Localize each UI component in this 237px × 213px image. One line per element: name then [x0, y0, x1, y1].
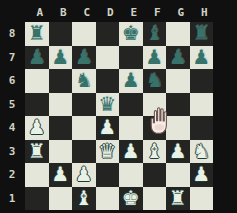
square-f3[interactable]: ♝ [143, 140, 167, 164]
square-c4[interactable] [72, 116, 96, 140]
file-label-a: A [28, 5, 52, 20]
chess-board: ♜♚♝♜♟♟♟♟♟♟♞♟♞♛♟♟♜♛♟♝♟♞♟♟♟♝♚♜ [25, 22, 213, 210]
piece-white-pawn[interactable]: ♟ [169, 140, 187, 163]
square-g8[interactable] [166, 22, 190, 46]
game-screen: ABCDEFGH 87654321 ♜♚♝♜♟♟♟♟♟♟♞♟♞♛♟♟♜♛♟♝♟♞… [0, 0, 237, 213]
square-a2[interactable] [25, 163, 49, 187]
rank-label-6: 6 [3, 69, 21, 93]
file-label-h: H [193, 5, 217, 20]
square-e7[interactable] [119, 46, 143, 70]
piece-white-rook[interactable]: ♜ [169, 187, 187, 210]
piece-white-rook[interactable]: ♜ [28, 140, 46, 163]
rank-label-2: 2 [3, 163, 21, 187]
square-f2[interactable] [143, 163, 167, 187]
square-e3[interactable]: ♟ [119, 140, 143, 164]
piece-white-pawn[interactable]: ♟ [51, 163, 69, 186]
square-g4[interactable] [166, 116, 190, 140]
square-c2[interactable]: ♟ [72, 163, 96, 187]
square-d4[interactable]: ♟ [96, 116, 120, 140]
square-b8[interactable] [49, 22, 73, 46]
file-label-e: E [122, 5, 146, 20]
square-d3[interactable]: ♛ [96, 140, 120, 164]
square-d2[interactable] [96, 163, 120, 187]
square-e1[interactable]: ♚ [119, 187, 143, 211]
square-f4[interactable] [143, 116, 167, 140]
square-a3[interactable]: ♜ [25, 140, 49, 164]
square-h1[interactable] [190, 187, 214, 211]
piece-black-king[interactable]: ♚ [122, 22, 140, 45]
square-g1[interactable]: ♜ [166, 187, 190, 211]
piece-white-pawn[interactable]: ♟ [98, 116, 116, 139]
square-d5[interactable]: ♛ [96, 93, 120, 117]
square-g2[interactable] [166, 163, 190, 187]
square-g6[interactable] [166, 69, 190, 93]
rank-label-3: 3 [3, 140, 21, 164]
rank-label-7: 7 [3, 46, 21, 70]
piece-white-pawn[interactable]: ♟ [28, 116, 46, 139]
square-e2[interactable] [119, 163, 143, 187]
rank-label-1: 1 [3, 187, 21, 211]
file-label-g: G [169, 5, 193, 20]
piece-black-pawn[interactable]: ♟ [192, 46, 210, 69]
square-e8[interactable]: ♚ [119, 22, 143, 46]
square-c8[interactable] [72, 22, 96, 46]
file-label-b: B [52, 5, 76, 20]
piece-black-pawn[interactable]: ♟ [28, 46, 46, 69]
square-d1[interactable] [96, 187, 120, 211]
piece-white-bishop[interactable]: ♝ [75, 187, 93, 210]
square-g7[interactable]: ♟ [166, 46, 190, 70]
square-b1[interactable] [49, 187, 73, 211]
square-a5[interactable] [25, 93, 49, 117]
rank-label-8: 8 [3, 22, 21, 46]
square-e5[interactable] [119, 93, 143, 117]
piece-black-bishop[interactable]: ♝ [145, 22, 163, 45]
square-f7[interactable]: ♟ [143, 46, 167, 70]
rank-labels: 87654321 [3, 22, 21, 210]
square-d6[interactable] [96, 69, 120, 93]
file-label-d: D [99, 5, 123, 20]
square-d8[interactable] [96, 22, 120, 46]
square-g5[interactable] [166, 93, 190, 117]
square-c1[interactable]: ♝ [72, 187, 96, 211]
square-b3[interactable] [49, 140, 73, 164]
square-e6[interactable]: ♟ [119, 69, 143, 93]
square-c5[interactable] [72, 93, 96, 117]
piece-black-rook[interactable]: ♜ [192, 22, 210, 45]
piece-white-king[interactable]: ♚ [122, 187, 140, 210]
piece-white-pawn[interactable]: ♟ [122, 140, 140, 163]
square-f6[interactable]: ♞ [143, 69, 167, 93]
square-a6[interactable] [25, 69, 49, 93]
piece-black-pawn[interactable]: ♟ [169, 46, 187, 69]
square-h2[interactable]: ♟ [190, 163, 214, 187]
file-label-c: C [75, 5, 99, 20]
piece-white-pawn[interactable]: ♟ [192, 163, 210, 186]
square-a7[interactable]: ♟ [25, 46, 49, 70]
piece-black-knight[interactable]: ♞ [145, 69, 163, 92]
square-h6[interactable] [190, 69, 214, 93]
square-f8[interactable]: ♝ [143, 22, 167, 46]
square-b5[interactable] [49, 93, 73, 117]
piece-black-pawn[interactable]: ♟ [122, 69, 140, 92]
square-h3[interactable]: ♞ [190, 140, 214, 164]
piece-black-pawn[interactable]: ♟ [145, 46, 163, 69]
square-f5[interactable] [143, 93, 167, 117]
square-h4[interactable] [190, 116, 214, 140]
square-c6[interactable]: ♞ [72, 69, 96, 93]
piece-black-pawn[interactable]: ♟ [75, 46, 93, 69]
square-c3[interactable] [72, 140, 96, 164]
square-d7[interactable] [96, 46, 120, 70]
square-b2[interactable]: ♟ [49, 163, 73, 187]
square-a8[interactable]: ♜ [25, 22, 49, 46]
piece-white-pawn[interactable]: ♟ [75, 163, 93, 186]
square-h7[interactable]: ♟ [190, 46, 214, 70]
square-b4[interactable] [49, 116, 73, 140]
square-f1[interactable] [143, 187, 167, 211]
square-e4[interactable] [119, 116, 143, 140]
square-a4[interactable]: ♟ [25, 116, 49, 140]
file-label-f: F [146, 5, 170, 20]
square-a1[interactable] [25, 187, 49, 211]
piece-white-bishop[interactable]: ♝ [145, 140, 163, 163]
piece-black-rook[interactable]: ♜ [28, 22, 46, 45]
square-g3[interactable]: ♟ [166, 140, 190, 164]
piece-black-pawn[interactable]: ♟ [51, 46, 69, 69]
file-labels: ABCDEFGH [28, 5, 216, 20]
square-c7[interactable]: ♟ [72, 46, 96, 70]
rank-label-5: 5 [3, 93, 21, 117]
piece-white-queen[interactable]: ♛ [98, 140, 116, 163]
piece-white-knight[interactable]: ♞ [192, 140, 210, 163]
piece-black-knight[interactable]: ♞ [75, 69, 93, 92]
square-b6[interactable] [49, 69, 73, 93]
piece-black-queen[interactable]: ♛ [98, 93, 116, 116]
square-b7[interactable]: ♟ [49, 46, 73, 70]
square-h5[interactable] [190, 93, 214, 117]
rank-label-4: 4 [3, 116, 21, 140]
square-h8[interactable]: ♜ [190, 22, 214, 46]
